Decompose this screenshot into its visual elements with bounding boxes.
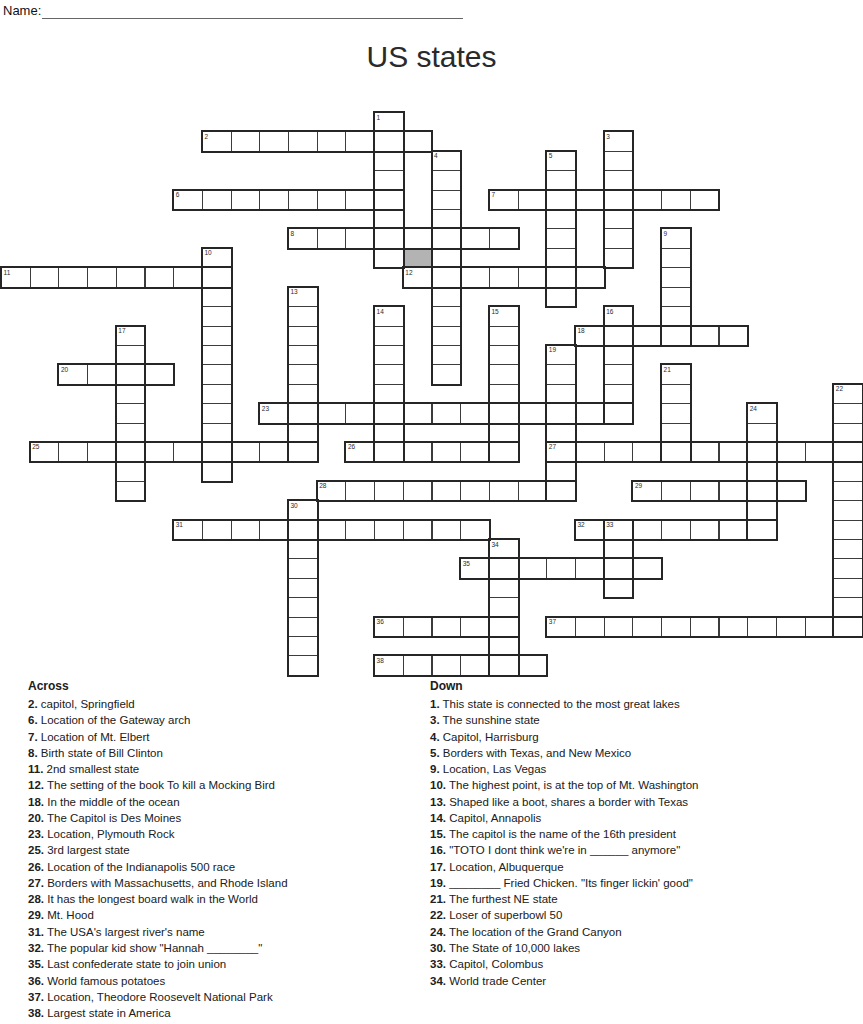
grid-cell[interactable] [403, 617, 433, 637]
grid-cell[interactable] [374, 131, 404, 151]
grid-cell[interactable] [374, 384, 404, 404]
grid-cell[interactable] [546, 190, 576, 210]
grid-cell[interactable] [719, 481, 749, 501]
grid-cell[interactable] [604, 403, 634, 423]
grid-cell[interactable] [546, 423, 576, 443]
grid-cell[interactable] [259, 520, 289, 540]
grid-cell[interactable] [604, 539, 634, 559]
grid-cell[interactable] [116, 267, 146, 287]
grid-cell[interactable] [546, 228, 576, 248]
grid-cell[interactable] [833, 597, 863, 617]
across-clue-2: 2. capitol, Springfield [28, 696, 428, 712]
grid-cell[interactable] [833, 461, 863, 481]
grid-cell[interactable] [632, 558, 662, 578]
down-clue-34: 34. World trade Center [430, 973, 860, 989]
grid-cell[interactable] [403, 442, 433, 462]
shaded-cell[interactable] [403, 248, 433, 268]
grid-cell[interactable] [432, 345, 462, 365]
grid-cell[interactable] [604, 617, 634, 637]
grid-cell[interactable] [403, 520, 433, 540]
grid-cell[interactable] [345, 481, 375, 501]
grid-cell[interactable] [661, 267, 691, 287]
grid-cell[interactable] [202, 131, 232, 151]
name-blank-line[interactable] [42, 1, 463, 19]
grid-cell[interactable] [575, 617, 605, 637]
grid-cell[interactable] [116, 403, 146, 423]
grid-cell[interactable] [116, 364, 146, 384]
grid-cell[interactable] [747, 461, 777, 481]
grid-cell[interactable] [489, 442, 519, 462]
grid-cell[interactable] [202, 442, 232, 462]
grid-cell[interactable] [345, 131, 375, 151]
grid-cell[interactable] [518, 403, 548, 423]
grid-cell[interactable] [374, 617, 404, 637]
grid-cell[interactable] [719, 520, 749, 540]
grid-cell[interactable] [489, 423, 519, 443]
across-clue-11: 11. 2nd smallest state [28, 761, 428, 777]
grid-cell[interactable] [575, 326, 605, 346]
grid-cell[interactable] [116, 345, 146, 365]
grid-cell[interactable] [575, 442, 605, 462]
grid-cell[interactable] [661, 403, 691, 423]
down-clue-30: 30. The State of 10,000 lakes [430, 940, 860, 956]
grid-cell[interactable] [288, 617, 318, 637]
grid-cell[interactable] [661, 423, 691, 443]
grid-cell[interactable] [632, 520, 662, 540]
grid-cell[interactable] [747, 442, 777, 462]
across-header: Across [28, 679, 428, 693]
grid-cell[interactable] [173, 267, 203, 287]
grid-cell[interactable] [288, 306, 318, 326]
down-clue-13: 13. Shaped like a boot, shares a border … [430, 794, 860, 810]
grid-cell[interactable] [403, 481, 433, 501]
grid-cell[interactable] [604, 131, 634, 151]
grid-cell[interactable] [661, 384, 691, 404]
grid-cell[interactable] [833, 384, 863, 404]
grid-cell[interactable] [202, 384, 232, 404]
grid-cell[interactable] [87, 442, 117, 462]
grid-cell[interactable] [604, 151, 634, 171]
crossword-grid[interactable]: 2678111218202325262728293132353637381345… [1, 112, 862, 675]
grid-cell[interactable] [460, 267, 490, 287]
grid-cell[interactable] [288, 131, 318, 151]
grid-cell[interactable] [460, 442, 490, 462]
grid-cell[interactable] [432, 287, 462, 307]
grid-cell[interactable] [518, 190, 548, 210]
grid-cell[interactable] [632, 190, 662, 210]
grid-cell[interactable] [546, 403, 576, 423]
grid-cell[interactable] [661, 481, 691, 501]
grid-cell[interactable] [661, 190, 691, 210]
grid-cell[interactable] [58, 442, 88, 462]
grid-cell[interactable] [259, 442, 289, 462]
grid-cell[interactable] [690, 617, 720, 637]
grid-cell[interactable] [604, 520, 634, 540]
grid-cell[interactable] [833, 617, 863, 637]
grid-cell[interactable] [690, 190, 720, 210]
grid-cell[interactable] [231, 131, 261, 151]
grid-cell[interactable] [833, 403, 863, 423]
grid-cell[interactable] [145, 364, 175, 384]
grid-cell[interactable] [833, 558, 863, 578]
grid-cell[interactable] [374, 228, 404, 248]
grid-cell[interactable] [345, 442, 375, 462]
grid-cell[interactable] [575, 190, 605, 210]
grid-cell[interactable] [489, 326, 519, 346]
grid-cell[interactable] [460, 403, 490, 423]
grid-cell[interactable] [489, 403, 519, 423]
grid-cell[interactable] [546, 209, 576, 229]
grid-cell[interactable] [288, 558, 318, 578]
grid-cell[interactable] [374, 326, 404, 346]
grid-cell[interactable] [575, 403, 605, 423]
grid-cell[interactable] [489, 636, 519, 656]
grid-cell[interactable] [690, 442, 720, 462]
grid-cell[interactable] [546, 345, 576, 365]
grid-cell[interactable] [546, 617, 576, 637]
grid-cell[interactable] [719, 442, 749, 462]
grid-cell[interactable] [173, 520, 203, 540]
across-clue-37: 37. Location, Theodore Roosevelt Nationa… [28, 989, 428, 1005]
grid-cell[interactable] [231, 190, 261, 210]
grid-cell[interactable] [489, 190, 519, 210]
grid-cell[interactable] [288, 500, 318, 520]
grid-cell[interactable] [345, 228, 375, 248]
grid-cell[interactable] [432, 228, 462, 248]
grid-cell[interactable] [575, 558, 605, 578]
grid-cell[interactable] [374, 345, 404, 365]
grid-cell[interactable] [288, 423, 318, 443]
grid-cell[interactable] [432, 209, 462, 229]
grid-cell[interactable] [374, 403, 404, 423]
grid-cell[interactable] [58, 267, 88, 287]
grid-cell[interactable] [776, 617, 806, 637]
down-clue-9: 9. Location, Las Vegas [430, 761, 860, 777]
grid-cell[interactable] [518, 655, 548, 675]
grid-cell[interactable] [288, 578, 318, 598]
grid-cell[interactable] [805, 617, 835, 637]
grid-cell[interactable] [202, 520, 232, 540]
grid-cell[interactable] [345, 520, 375, 540]
grid-cell[interactable] [690, 520, 720, 540]
grid-cell[interactable] [546, 151, 576, 171]
grid-cell[interactable] [489, 306, 519, 326]
down-clue-5: 5. Borders with Texas, and New Mexico [430, 745, 860, 761]
grid-cell[interactable] [604, 558, 634, 578]
grid-cell[interactable] [30, 442, 60, 462]
grid-cell[interactable] [432, 306, 462, 326]
grid-cell[interactable] [604, 326, 634, 346]
grid-cell[interactable] [604, 170, 634, 190]
down-clue-21: 21. The furthest NE state [430, 891, 860, 907]
grid-cell[interactable] [288, 364, 318, 384]
grid-cell[interactable] [116, 442, 146, 462]
grid-cell[interactable] [546, 442, 576, 462]
grid-cell[interactable] [432, 617, 462, 637]
grid-cell[interactable] [776, 481, 806, 501]
down-clue-33: 33. Capitol, Colombus [430, 956, 860, 972]
grid-cell[interactable] [202, 306, 232, 326]
grid-cell[interactable] [432, 190, 462, 210]
grid-cell[interactable] [432, 655, 462, 675]
down-clue-15: 15. The capitol is the name of the 16th … [430, 826, 860, 842]
grid-cell[interactable] [173, 190, 203, 210]
grid-cell[interactable] [460, 617, 490, 637]
grid-cell[interactable] [345, 190, 375, 210]
grid-cell[interactable] [604, 442, 634, 462]
grid-cell[interactable] [632, 442, 662, 462]
across-clue-29: 29. Mt. Hood [28, 907, 428, 923]
grid-cell[interactable] [145, 267, 175, 287]
grid-cell[interactable] [546, 461, 576, 481]
grid-cell[interactable] [460, 520, 490, 540]
grid-cell[interactable] [604, 364, 634, 384]
grid-cell[interactable] [489, 481, 519, 501]
grid-cell[interactable] [374, 442, 404, 462]
grid-cell[interactable] [747, 520, 777, 540]
grid-cell[interactable] [460, 228, 490, 248]
grid-cell[interactable] [317, 520, 347, 540]
grid-cell[interactable] [432, 403, 462, 423]
grid-cell[interactable] [432, 170, 462, 190]
grid-cell[interactable] [518, 267, 548, 287]
grid-cell[interactable] [575, 520, 605, 540]
grid-cell[interactable] [288, 442, 318, 462]
grid-cell[interactable] [288, 520, 318, 540]
grid-cell[interactable] [604, 209, 634, 229]
grid-cell[interactable] [690, 326, 720, 346]
grid-cell[interactable] [288, 655, 318, 675]
grid-cell[interactable] [202, 287, 232, 307]
grid-cell[interactable] [403, 131, 433, 151]
grid-cell[interactable] [489, 597, 519, 617]
grid-cell[interactable] [747, 500, 777, 520]
grid-cell[interactable] [202, 190, 232, 210]
grid-cell[interactable] [432, 267, 462, 287]
across-clue-36: 36. World famous potatoes [28, 973, 428, 989]
grid-cell[interactable] [460, 558, 490, 578]
grid-cell[interactable] [833, 520, 863, 540]
grid-cell[interactable] [145, 442, 175, 462]
grid-cell[interactable] [202, 461, 232, 481]
grid-cell[interactable] [202, 248, 232, 268]
grid-cell[interactable] [317, 228, 347, 248]
grid-cell[interactable] [432, 151, 462, 171]
grid-cell[interactable] [632, 326, 662, 346]
grid-cell[interactable] [374, 655, 404, 675]
grid-cell[interactable] [460, 481, 490, 501]
grid-cell[interactable] [432, 442, 462, 462]
grid-cell[interactable] [661, 287, 691, 307]
grid-cell[interactable] [632, 481, 662, 501]
grid-cell[interactable] [288, 636, 318, 656]
grid-cell[interactable] [317, 403, 347, 423]
grid-cell[interactable] [747, 403, 777, 423]
grid-cell[interactable] [374, 423, 404, 443]
grid-cell[interactable] [403, 655, 433, 675]
page-title: US states [0, 40, 863, 74]
grid-cell[interactable] [403, 267, 433, 287]
grid-cell[interactable] [288, 326, 318, 346]
grid-cell[interactable] [690, 481, 720, 501]
grid-cell[interactable] [719, 326, 749, 346]
grid-cell[interactable] [833, 578, 863, 598]
grid-cell[interactable] [432, 364, 462, 384]
grid-cell[interactable] [259, 403, 289, 423]
grid-cell[interactable] [661, 326, 691, 346]
grid-cell[interactable] [30, 267, 60, 287]
grid-cell[interactable] [374, 190, 404, 210]
grid-cell[interactable] [546, 558, 576, 578]
grid-cell[interactable] [632, 617, 662, 637]
grid-cell[interactable] [374, 170, 404, 190]
grid-cell[interactable] [202, 267, 232, 287]
across-clue-26: 26. Location of the Indianapolis 500 rac… [28, 859, 428, 875]
grid-cell[interactable] [374, 209, 404, 229]
grid-cell[interactable] [604, 228, 634, 248]
grid-cell[interactable] [489, 345, 519, 365]
grid-cell[interactable] [833, 481, 863, 501]
grid-cell[interactable] [805, 442, 835, 462]
grid-cell[interactable] [202, 364, 232, 384]
grid-cell[interactable] [116, 384, 146, 404]
grid-cell[interactable] [489, 267, 519, 287]
grid-cell[interactable] [202, 403, 232, 423]
grid-cell[interactable] [489, 558, 519, 578]
name-label: Name: [3, 3, 41, 18]
grid-cell[interactable] [518, 558, 548, 578]
grid-cell[interactable] [460, 655, 490, 675]
grid-cell[interactable] [833, 500, 863, 520]
grid-cell[interactable] [604, 345, 634, 365]
grid-cell[interactable] [546, 384, 576, 404]
grid-cell[interactable] [432, 326, 462, 346]
grid-cell[interactable] [202, 423, 232, 443]
grid-cell[interactable] [202, 326, 232, 346]
grid-cell[interactable] [661, 306, 691, 326]
down-clue-14: 14. Capitol, Annapolis [430, 810, 860, 826]
grid-cell[interactable] [489, 578, 519, 598]
grid-cell[interactable] [432, 481, 462, 501]
grid-cell[interactable] [374, 151, 404, 171]
grid-cell[interactable] [116, 461, 146, 481]
grid-cell[interactable] [776, 442, 806, 462]
across-clue-25: 25. 3rd largest state [28, 842, 428, 858]
grid-cell[interactable] [259, 190, 289, 210]
grid-cell[interactable] [747, 617, 777, 637]
grid-cell[interactable] [661, 364, 691, 384]
grid-cell[interactable] [374, 520, 404, 540]
grid-cell[interactable] [374, 306, 404, 326]
grid-cell[interactable] [345, 403, 375, 423]
grid-cell[interactable] [231, 520, 261, 540]
grid-cell[interactable] [661, 228, 691, 248]
grid-cell[interactable] [518, 481, 548, 501]
across-clue-27: 27. Borders with Massachusetts, and Rhod… [28, 875, 428, 891]
grid-cell[interactable] [317, 131, 347, 151]
grid-cell[interactable] [288, 345, 318, 365]
grid-cell[interactable] [833, 539, 863, 559]
grid-cell[interactable] [489, 655, 519, 675]
grid-cell[interactable] [719, 617, 749, 637]
grid-cell[interactable] [317, 190, 347, 210]
across-clue-38: 38. Largest state in America [28, 1005, 428, 1021]
grid-cell[interactable] [288, 597, 318, 617]
grid-cell[interactable] [747, 423, 777, 443]
grid-cell[interactable] [288, 287, 318, 307]
grid-cell[interactable] [288, 190, 318, 210]
grid-cell[interactable] [546, 364, 576, 384]
grid-cell[interactable] [374, 248, 404, 268]
down-clues-section: Down 1. This state is connected to the m… [430, 679, 860, 989]
grid-cell[interactable] [661, 442, 691, 462]
down-clue-4: 4. Capitol, Harrisburg [430, 729, 860, 745]
grid-cell[interactable] [604, 248, 634, 268]
grid-cell[interactable] [604, 306, 634, 326]
grid-cell[interactable] [87, 364, 117, 384]
grid-cell[interactable] [288, 384, 318, 404]
grid-cell[interactable] [489, 384, 519, 404]
grid-cell[interactable] [288, 228, 318, 248]
grid-cell[interactable] [604, 190, 634, 210]
grid-cell[interactable] [489, 539, 519, 559]
grid-cell[interactable] [432, 520, 462, 540]
grid-cell[interactable] [546, 287, 576, 307]
grid-cell[interactable] [116, 326, 146, 346]
grid-cell[interactable] [1, 267, 31, 287]
grid-cell[interactable] [833, 442, 863, 462]
grid-cell[interactable] [432, 248, 462, 268]
grid-cell[interactable] [403, 403, 433, 423]
grid-cell[interactable] [231, 442, 261, 462]
grid-cell[interactable] [575, 267, 605, 287]
across-clue-35: 35. Last confederate state to join union [28, 956, 428, 972]
grid-cell[interactable] [661, 520, 691, 540]
grid-cell[interactable] [661, 617, 691, 637]
across-clue-18: 18. In the middle of the ocean [28, 794, 428, 810]
grid-cell[interactable] [489, 617, 519, 637]
grid-cell[interactable] [202, 345, 232, 365]
grid-cell[interactable] [833, 423, 863, 443]
grid-cell[interactable] [317, 481, 347, 501]
grid-cell[interactable] [604, 384, 634, 404]
grid-cell[interactable] [116, 423, 146, 443]
grid-cell[interactable] [173, 442, 203, 462]
grid-cell[interactable] [116, 481, 146, 501]
down-clue-list: 1. This state is connected to the most g… [430, 696, 860, 989]
across-clue-23: 23. Location, Plymouth Rock [28, 826, 428, 842]
down-clue-24: 24. The location of the Grand Canyon [430, 924, 860, 940]
grid-cell[interactable] [747, 481, 777, 501]
grid-cell[interactable] [58, 364, 88, 384]
grid-cell[interactable] [546, 267, 576, 287]
grid-cell[interactable] [403, 228, 433, 248]
grid-cell[interactable] [288, 403, 318, 423]
grid-cell[interactable] [604, 578, 634, 598]
grid-cell[interactable] [546, 248, 576, 268]
grid-cell[interactable] [374, 112, 404, 132]
grid-cell[interactable] [374, 481, 404, 501]
grid-cell[interactable] [489, 228, 519, 248]
grid-cell[interactable] [661, 248, 691, 268]
grid-cell[interactable] [374, 364, 404, 384]
grid-cell[interactable] [489, 364, 519, 384]
grid-cell[interactable] [259, 131, 289, 151]
grid-cell[interactable] [546, 170, 576, 190]
grid-cell[interactable] [288, 539, 318, 559]
grid-cell[interactable] [546, 481, 576, 501]
grid-cell[interactable] [87, 267, 117, 287]
